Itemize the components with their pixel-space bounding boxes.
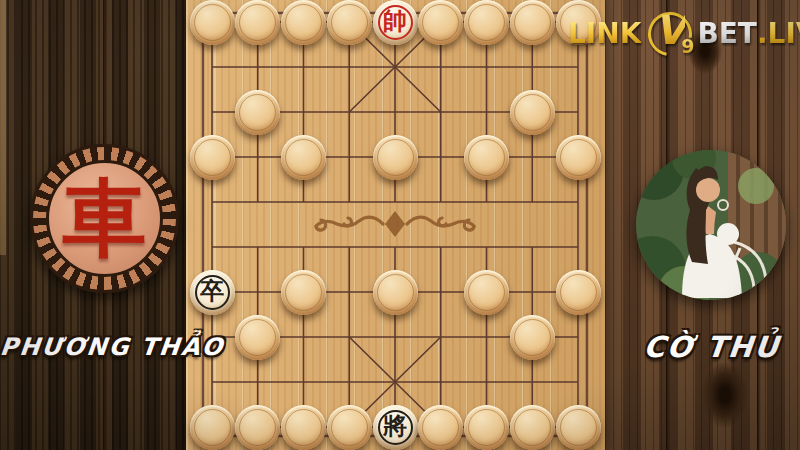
piece-facedown[interactable] — [373, 270, 418, 315]
piece-facedown[interactable] — [235, 0, 280, 45]
portrait-illustration — [636, 150, 786, 300]
piece-black-soldier[interactable]: 卒 — [190, 270, 235, 315]
piece-facedown[interactable] — [327, 0, 372, 45]
brand-logo[interactable]: LINK V 9 BET .LIVE — [568, 6, 800, 60]
piece-black-general[interactable]: 將 — [373, 405, 418, 450]
piece-facedown[interactable] — [327, 405, 372, 450]
logo-link-text: LINK — [568, 17, 641, 50]
piece-facedown[interactable] — [464, 0, 509, 45]
piece-character: 卒 — [190, 269, 235, 314]
piece-character: 將 — [373, 404, 418, 449]
player-name-left: PHƯƠNG THẢO — [0, 333, 201, 361]
piece-facedown[interactable] — [281, 270, 326, 315]
piece-facedown[interactable] — [510, 0, 555, 45]
board-grid — [186, 0, 605, 450]
piece-facedown[interactable] — [510, 315, 555, 360]
piece-facedown[interactable] — [235, 315, 280, 360]
piece-facedown[interactable] — [235, 405, 280, 450]
player-portrait — [636, 150, 786, 300]
piece-facedown[interactable] — [281, 135, 326, 180]
player-name-right: CỜ THỦ — [626, 330, 798, 364]
piece-facedown[interactable] — [510, 405, 555, 450]
piece-facedown[interactable] — [235, 90, 280, 135]
piece-facedown[interactable] — [418, 405, 463, 450]
xiangqi-board: 帥卒將 — [186, 0, 605, 450]
piece-facedown[interactable] — [281, 405, 326, 450]
thumbnail-stage: 帥卒將 車 PHƯƠNG — [0, 0, 800, 450]
piece-facedown[interactable] — [556, 270, 601, 315]
piece-facedown[interactable] — [190, 0, 235, 45]
piece-facedown[interactable] — [556, 405, 601, 450]
piece-facedown[interactable] — [464, 405, 509, 450]
logo-live-text: .LIVE — [757, 17, 800, 50]
piece-character: 帥 — [373, 0, 418, 44]
logo-bet-text: BET — [697, 17, 757, 50]
piece-facedown[interactable] — [464, 135, 509, 180]
left-edge-highlight — [0, 0, 6, 255]
piece-facedown[interactable] — [418, 0, 463, 45]
piece-facedown[interactable] — [190, 405, 235, 450]
piece-facedown[interactable] — [190, 135, 235, 180]
piece-facedown[interactable] — [556, 135, 601, 180]
chariot-character: 車 — [63, 162, 147, 276]
river-ornament — [316, 211, 474, 237]
piece-facedown[interactable] — [510, 90, 555, 135]
piece-red-general[interactable]: 帥 — [373, 0, 418, 45]
medallion-face: 車 — [46, 160, 163, 277]
piece-facedown[interactable] — [464, 270, 509, 315]
chariot-medallion: 車 — [30, 144, 179, 293]
v9-digit: 9 — [681, 35, 694, 57]
wood-knot — [702, 362, 748, 428]
v9-emblem: V 9 — [641, 6, 697, 60]
piece-facedown[interactable] — [281, 0, 326, 45]
piece-facedown[interactable] — [373, 135, 418, 180]
